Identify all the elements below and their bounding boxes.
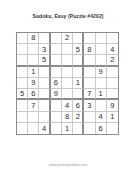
- sudoku-cell-r5c9: [107, 78, 118, 89]
- sudoku-cell-r2c6: 5: [73, 44, 84, 55]
- sudoku-cell-r3c4: [51, 55, 62, 66]
- sudoku-cell-r1c6: [73, 33, 84, 44]
- sudoku-cell-r6c3: [39, 89, 50, 100]
- sudoku-cell-r5c6: 1: [73, 78, 84, 89]
- sudoku-cell-r4c5: [62, 67, 73, 78]
- sudoku-cell-r7c9: 9: [107, 100, 118, 111]
- sudoku-cell-r3c2: [28, 55, 39, 66]
- sudoku-cell-r4c3: [39, 67, 50, 78]
- sudoku-cell-r2c9: 4: [107, 44, 118, 55]
- sudoku-cell-r3c5: [62, 55, 73, 66]
- sudoku-cell-r6c9: [107, 89, 118, 100]
- sudoku-cell-r9c1: [17, 123, 28, 134]
- sudoku-cell-r2c3: 3: [39, 44, 50, 55]
- sudoku-cell-r2c2: [28, 44, 39, 55]
- sudoku-cell-r2c8: [96, 44, 107, 55]
- sudoku-cell-r1c5: 2: [62, 33, 73, 44]
- sudoku-cell-r2c5: [62, 44, 73, 55]
- sudoku-cell-r1c4: [51, 33, 62, 44]
- sudoku-cell-r3c9: 2: [107, 55, 118, 66]
- sudoku-cell-r9c3: 4: [39, 123, 50, 134]
- sudoku-cell-r5c3: [39, 78, 50, 89]
- sudoku-cell-r4c6: [73, 67, 84, 78]
- sudoku-cell-r8c5: 8: [62, 112, 73, 123]
- sudoku-cell-r4c8: 9: [96, 67, 107, 78]
- sudoku-cell-r6c7: 7: [84, 89, 95, 100]
- sudoku-cell-r7c3: [39, 100, 50, 111]
- sudoku-cell-r6c4: 9: [51, 89, 62, 100]
- sudoku-cell-r8c8: 4: [96, 112, 107, 123]
- sudoku-cell-r1c8: [96, 33, 107, 44]
- sudoku-board: 823584521996156971746398241416: [16, 32, 119, 135]
- sudoku-cell-r8c1: [17, 112, 28, 123]
- sudoku-cell-r6c2: 6: [28, 89, 39, 100]
- sudoku-cell-r6c8: 1: [96, 89, 107, 100]
- sudoku-cell-r1c1: [17, 33, 28, 44]
- sudoku-cell-r7c8: [96, 100, 107, 111]
- sudoku-cell-r1c7: [84, 33, 95, 44]
- sudoku-cell-r3c1: [17, 55, 28, 66]
- sudoku-cell-r8c2: [28, 112, 39, 123]
- footer-url: www.printmysudoku.com: [0, 163, 136, 167]
- sudoku-cell-r8c7: [84, 112, 95, 123]
- sudoku-cell-r2c7: 8: [84, 44, 95, 55]
- sudoku-cell-r7c1: [17, 100, 28, 111]
- sudoku-cell-r1c3: [39, 33, 50, 44]
- sudoku-cell-r2c1: [17, 44, 28, 55]
- sudoku-cell-r5c5: [62, 78, 73, 89]
- sudoku-cell-r6c1: 5: [17, 89, 28, 100]
- sudoku-cell-r6c6: [73, 89, 84, 100]
- page-title: Sudoku, Easy (Puzzle #4202): [0, 13, 136, 19]
- sudoku-cell-r5c8: [96, 78, 107, 89]
- sudoku-cell-r7c4: [51, 100, 62, 111]
- sudoku-cell-r9c5: 1: [62, 123, 73, 134]
- sudoku-cell-r4c9: [107, 67, 118, 78]
- sudoku-cell-r4c4: [51, 67, 62, 78]
- sudoku-cell-r7c7: 3: [84, 100, 95, 111]
- sudoku-cell-r3c7: [84, 55, 95, 66]
- sudoku-cell-r4c2: 1: [28, 67, 39, 78]
- sudoku-cell-r4c1: [17, 67, 28, 78]
- sudoku-cell-r1c9: [107, 33, 118, 44]
- sudoku-cell-r3c3: 5: [39, 55, 50, 66]
- sudoku-page: Sudoku, Easy (Puzzle #4202) 823584521996…: [0, 0, 136, 176]
- sudoku-cell-r7c2: 7: [28, 100, 39, 111]
- sudoku-cell-r8c3: [39, 112, 50, 123]
- sudoku-cell-r6c5: [62, 89, 73, 100]
- sudoku-cell-r3c6: [73, 55, 84, 66]
- sudoku-cell-r5c2: 9: [28, 78, 39, 89]
- sudoku-cell-r8c4: [51, 112, 62, 123]
- sudoku-cell-r9c4: [51, 123, 62, 134]
- sudoku-cell-r4c7: [84, 67, 95, 78]
- sudoku-cell-r1c2: 8: [28, 33, 39, 44]
- sudoku-cell-r7c5: 4: [62, 100, 73, 111]
- sudoku-cell-r7c6: 6: [73, 100, 84, 111]
- sudoku-cell-r9c9: [107, 123, 118, 134]
- sudoku-cell-r9c2: [28, 123, 39, 134]
- sudoku-cell-r9c7: [84, 123, 95, 134]
- sudoku-cell-r8c9: 1: [107, 112, 118, 123]
- sudoku-cell-r2c4: [51, 44, 62, 55]
- sudoku-cell-r9c6: [73, 123, 84, 134]
- sudoku-cell-r5c4: 6: [51, 78, 62, 89]
- sudoku-cell-r3c8: [96, 55, 107, 66]
- sudoku-cell-r8c6: 2: [73, 112, 84, 123]
- sudoku-cell-r5c7: [84, 78, 95, 89]
- sudoku-cell-r9c8: 6: [96, 123, 107, 134]
- sudoku-cell-r5c1: [17, 78, 28, 89]
